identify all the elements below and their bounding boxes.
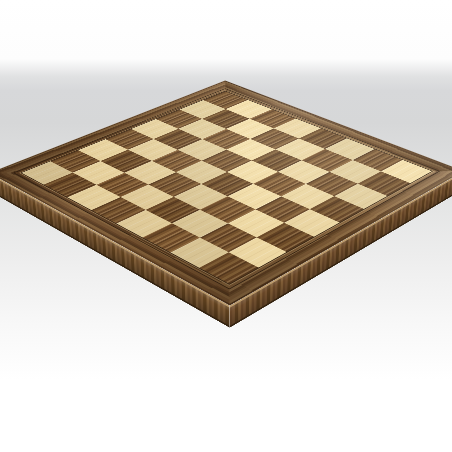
square-g7[interactable]: [200, 223, 257, 252]
square-h4[interactable]: [310, 196, 364, 223]
square-d8[interactable]: [91, 197, 146, 224]
square-b8[interactable]: [44, 173, 96, 197]
board-top-surface: [0, 80, 452, 305]
square-d7[interactable]: [121, 184, 174, 210]
chess-board: [0, 80, 452, 305]
square-h2[interactable]: [358, 171, 410, 195]
square-g6[interactable]: [228, 209, 284, 237]
square-f6[interactable]: [200, 196, 255, 223]
square-f4[interactable]: [253, 172, 305, 196]
photo-backdrop: [0, 0, 452, 452]
square-c7[interactable]: [96, 172, 148, 196]
square-d6[interactable]: [149, 172, 201, 196]
border-strip-near-right: [210, 164, 452, 306]
scene: [0, 0, 452, 452]
square-g4[interactable]: [281, 184, 334, 209]
square-c8[interactable]: [67, 185, 121, 211]
square-g3[interactable]: [306, 172, 358, 196]
square-e5[interactable]: [201, 172, 253, 196]
square-h3[interactable]: [334, 183, 387, 208]
square-h6[interactable]: [257, 223, 314, 252]
square-f8[interactable]: [143, 223, 200, 252]
square-f7[interactable]: [172, 210, 228, 238]
square-h5[interactable]: [284, 209, 340, 237]
square-e6[interactable]: [174, 184, 227, 209]
square-h8[interactable]: [199, 252, 259, 284]
square-e8[interactable]: [116, 210, 172, 238]
square-h7[interactable]: [229, 237, 287, 267]
square-g8[interactable]: [170, 237, 228, 267]
square-e7[interactable]: [146, 197, 201, 224]
square-f5[interactable]: [228, 184, 281, 209]
square-g5[interactable]: [255, 196, 310, 223]
